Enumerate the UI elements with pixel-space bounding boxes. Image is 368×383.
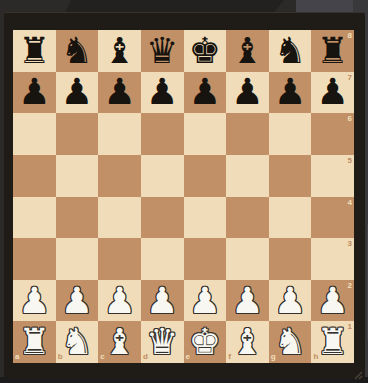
square-h8[interactable]: 8♜ xyxy=(311,30,354,72)
square-g6[interactable] xyxy=(269,113,312,155)
square-g1[interactable]: g♞ xyxy=(269,321,312,363)
square-f6[interactable] xyxy=(226,113,269,155)
piece-white-knight[interactable]: ♞ xyxy=(56,321,99,363)
square-f7[interactable]: ♟ xyxy=(226,72,269,114)
coordinate-rank-4: 4 xyxy=(348,199,352,207)
app-background: ♜♞♝♛♚♝♞8♜♟♟♟♟♟♟♟7♟6543♟♟♟♟♟♟♟2♟a♜b♞c♝d♛e… xyxy=(0,0,368,383)
piece-black-pawn[interactable]: ♟ xyxy=(98,72,141,114)
square-c6[interactable] xyxy=(98,113,141,155)
piece-white-pawn[interactable]: ♟ xyxy=(226,280,269,322)
square-g4[interactable] xyxy=(269,197,312,239)
square-f4[interactable] xyxy=(226,197,269,239)
piece-white-pawn[interactable]: ♟ xyxy=(98,280,141,322)
square-g3[interactable] xyxy=(269,238,312,280)
square-e6[interactable] xyxy=(184,113,227,155)
piece-black-bishop[interactable]: ♝ xyxy=(226,30,269,72)
square-a7[interactable]: ♟ xyxy=(13,72,56,114)
square-h6[interactable]: 6 xyxy=(311,113,354,155)
square-a1[interactable]: a♜ xyxy=(13,321,56,363)
square-a8[interactable]: ♜ xyxy=(13,30,56,72)
square-e2[interactable]: ♟ xyxy=(184,280,227,322)
piece-black-knight[interactable]: ♞ xyxy=(269,30,312,72)
piece-white-pawn[interactable]: ♟ xyxy=(184,280,227,322)
piece-white-pawn[interactable]: ♟ xyxy=(311,280,354,322)
piece-white-knight[interactable]: ♞ xyxy=(269,321,312,363)
square-c1[interactable]: c♝ xyxy=(98,321,141,363)
piece-white-pawn[interactable]: ♟ xyxy=(13,280,56,322)
piece-white-pawn[interactable]: ♟ xyxy=(56,280,99,322)
square-g5[interactable] xyxy=(269,155,312,197)
coordinate-rank-6: 6 xyxy=(348,115,352,123)
piece-white-rook[interactable]: ♜ xyxy=(311,321,354,363)
piece-black-pawn[interactable]: ♟ xyxy=(311,72,354,114)
square-h3[interactable]: 3 xyxy=(311,238,354,280)
coordinate-rank-3: 3 xyxy=(348,240,352,248)
square-b7[interactable]: ♟ xyxy=(56,72,99,114)
piece-black-pawn[interactable]: ♟ xyxy=(184,72,227,114)
square-c5[interactable] xyxy=(98,155,141,197)
square-h1[interactable]: 1h♜ xyxy=(311,321,354,363)
square-a2[interactable]: ♟ xyxy=(13,280,56,322)
square-a4[interactable] xyxy=(13,197,56,239)
square-b3[interactable] xyxy=(56,238,99,280)
square-a6[interactable] xyxy=(13,113,56,155)
piece-black-rook[interactable]: ♜ xyxy=(311,30,354,72)
piece-black-pawn[interactable]: ♟ xyxy=(269,72,312,114)
square-c4[interactable] xyxy=(98,197,141,239)
piece-white-bishop[interactable]: ♝ xyxy=(226,321,269,363)
square-b8[interactable]: ♞ xyxy=(56,30,99,72)
piece-black-knight[interactable]: ♞ xyxy=(56,30,99,72)
square-f1[interactable]: f♝ xyxy=(226,321,269,363)
square-g8[interactable]: ♞ xyxy=(269,30,312,72)
square-g7[interactable]: ♟ xyxy=(269,72,312,114)
piece-black-pawn[interactable]: ♟ xyxy=(141,72,184,114)
piece-white-pawn[interactable]: ♟ xyxy=(141,280,184,322)
square-h7[interactable]: 7♟ xyxy=(311,72,354,114)
square-d2[interactable]: ♟ xyxy=(141,280,184,322)
piece-black-king[interactable]: ♚ xyxy=(184,30,227,72)
square-h2[interactable]: 2♟ xyxy=(311,280,354,322)
square-d6[interactable] xyxy=(141,113,184,155)
piece-black-pawn[interactable]: ♟ xyxy=(13,72,56,114)
square-b2[interactable]: ♟ xyxy=(56,280,99,322)
square-d7[interactable]: ♟ xyxy=(141,72,184,114)
square-c2[interactable]: ♟ xyxy=(98,280,141,322)
chess-board[interactable]: ♜♞♝♛♚♝♞8♜♟♟♟♟♟♟♟7♟6543♟♟♟♟♟♟♟2♟a♜b♞c♝d♛e… xyxy=(13,30,354,363)
piece-black-bishop[interactable]: ♝ xyxy=(98,30,141,72)
square-b6[interactable] xyxy=(56,113,99,155)
square-h4[interactable]: 4 xyxy=(311,197,354,239)
piece-black-pawn[interactable]: ♟ xyxy=(226,72,269,114)
square-f3[interactable] xyxy=(226,238,269,280)
piece-black-queen[interactable]: ♛ xyxy=(141,30,184,72)
square-a3[interactable] xyxy=(13,238,56,280)
square-b1[interactable]: b♞ xyxy=(56,321,99,363)
piece-white-pawn[interactable]: ♟ xyxy=(269,280,312,322)
board-frame: ♜♞♝♛♚♝♞8♜♟♟♟♟♟♟♟7♟6543♟♟♟♟♟♟♟2♟a♜b♞c♝d♛e… xyxy=(4,12,365,378)
square-c3[interactable] xyxy=(98,238,141,280)
square-e5[interactable] xyxy=(184,155,227,197)
square-b5[interactable] xyxy=(56,155,99,197)
square-f2[interactable]: ♟ xyxy=(226,280,269,322)
piece-black-rook[interactable]: ♜ xyxy=(13,30,56,72)
piece-white-bishop[interactable]: ♝ xyxy=(98,321,141,363)
square-d4[interactable] xyxy=(141,197,184,239)
piece-white-queen[interactable]: ♛ xyxy=(141,321,184,363)
square-f8[interactable]: ♝ xyxy=(226,30,269,72)
square-e8[interactable]: ♚ xyxy=(184,30,227,72)
square-c7[interactable]: ♟ xyxy=(98,72,141,114)
square-b4[interactable] xyxy=(56,197,99,239)
piece-black-pawn[interactable]: ♟ xyxy=(56,72,99,114)
square-h5[interactable]: 5 xyxy=(311,155,354,197)
square-d5[interactable] xyxy=(141,155,184,197)
square-f5[interactable] xyxy=(226,155,269,197)
square-e4[interactable] xyxy=(184,197,227,239)
square-c8[interactable]: ♝ xyxy=(98,30,141,72)
board-resize-handle-icon[interactable] xyxy=(352,366,363,377)
square-d1[interactable]: d♛ xyxy=(141,321,184,363)
square-e3[interactable] xyxy=(184,238,227,280)
square-e7[interactable]: ♟ xyxy=(184,72,227,114)
piece-white-king[interactable]: ♚ xyxy=(184,321,227,363)
square-e1[interactable]: e♚ xyxy=(184,321,227,363)
coordinate-rank-5: 5 xyxy=(348,157,352,165)
square-d3[interactable] xyxy=(141,238,184,280)
square-d8[interactable]: ♛ xyxy=(141,30,184,72)
square-a5[interactable] xyxy=(13,155,56,197)
piece-white-rook[interactable]: ♜ xyxy=(13,321,56,363)
square-g2[interactable]: ♟ xyxy=(269,280,312,322)
